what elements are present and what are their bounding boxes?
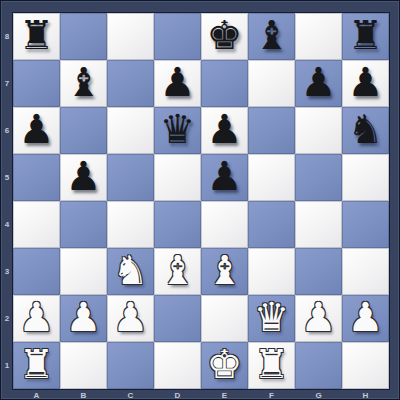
rank-label-5: 5 — [1, 154, 13, 201]
square-e3[interactable]: ♝ — [201, 248, 248, 295]
square-d7[interactable]: ♟ — [154, 60, 201, 107]
piece-white-pawn[interactable]: ♟ — [301, 297, 337, 337]
square-g6[interactable] — [295, 107, 342, 154]
piece-black-bishop[interactable]: ♝ — [254, 15, 290, 55]
square-c7[interactable] — [107, 60, 154, 107]
square-h6[interactable]: ♞ — [342, 107, 389, 154]
piece-white-pawn[interactable]: ♟ — [348, 297, 384, 337]
square-d4[interactable] — [154, 201, 201, 248]
square-a8[interactable]: ♜ — [13, 13, 60, 60]
square-c2[interactable]: ♟ — [107, 295, 154, 342]
rank-label-8: 8 — [1, 13, 13, 60]
square-c6[interactable] — [107, 107, 154, 154]
square-b1[interactable] — [60, 342, 107, 389]
square-g2[interactable]: ♟ — [295, 295, 342, 342]
piece-black-pawn[interactable]: ♟ — [160, 62, 196, 102]
square-a4[interactable] — [13, 201, 60, 248]
file-label-h: H — [342, 389, 389, 400]
square-g4[interactable] — [295, 201, 342, 248]
square-a7[interactable] — [13, 60, 60, 107]
square-e6[interactable]: ♟ — [201, 107, 248, 154]
piece-white-king[interactable]: ♚ — [207, 344, 243, 384]
square-d1[interactable] — [154, 342, 201, 389]
piece-white-rook[interactable]: ♜ — [19, 344, 55, 384]
square-f2[interactable]: ♛ — [248, 295, 295, 342]
file-label-a: A — [13, 389, 60, 400]
square-b2[interactable]: ♟ — [60, 295, 107, 342]
file-label-f: F — [248, 389, 295, 400]
square-b8[interactable] — [60, 13, 107, 60]
square-a1[interactable]: ♜ — [13, 342, 60, 389]
rank-label-6: 6 — [1, 107, 13, 154]
square-c8[interactable] — [107, 13, 154, 60]
square-h5[interactable] — [342, 154, 389, 201]
square-b4[interactable] — [60, 201, 107, 248]
piece-black-pawn[interactable]: ♟ — [301, 62, 337, 102]
square-b6[interactable] — [60, 107, 107, 154]
square-c1[interactable] — [107, 342, 154, 389]
file-label-b: B — [60, 389, 107, 400]
square-f8[interactable]: ♝ — [248, 13, 295, 60]
file-label-d: D — [154, 389, 201, 400]
piece-black-knight[interactable]: ♞ — [348, 109, 384, 149]
piece-black-pawn[interactable]: ♟ — [66, 156, 102, 196]
piece-white-pawn[interactable]: ♟ — [113, 297, 149, 337]
piece-black-king[interactable]: ♚ — [207, 15, 243, 55]
square-h8[interactable]: ♜ — [342, 13, 389, 60]
square-d8[interactable] — [154, 13, 201, 60]
square-b5[interactable]: ♟ — [60, 154, 107, 201]
square-e5[interactable]: ♟ — [201, 154, 248, 201]
square-e1[interactable]: ♚ — [201, 342, 248, 389]
square-a2[interactable]: ♟ — [13, 295, 60, 342]
square-e7[interactable] — [201, 60, 248, 107]
square-h1[interactable] — [342, 342, 389, 389]
piece-black-pawn[interactable]: ♟ — [207, 156, 243, 196]
piece-black-rook[interactable]: ♜ — [348, 15, 384, 55]
piece-white-queen[interactable]: ♛ — [254, 297, 290, 337]
rank-label-7: 7 — [1, 60, 13, 107]
chess-diagram: 87654321 ♜♚♝♜♝♟♟♟♟♛♟♞♟♟♞♝♝♟♟♟♛♟♟♜♚♜ ABCD… — [0, 0, 400, 400]
square-g3[interactable] — [295, 248, 342, 295]
rank-label-4: 4 — [1, 201, 13, 248]
square-f3[interactable] — [248, 248, 295, 295]
square-d5[interactable] — [154, 154, 201, 201]
square-d6[interactable]: ♛ — [154, 107, 201, 154]
piece-white-pawn[interactable]: ♟ — [66, 297, 102, 337]
square-g5[interactable] — [295, 154, 342, 201]
square-h4[interactable] — [342, 201, 389, 248]
square-d2[interactable] — [154, 295, 201, 342]
chess-board: ♜♚♝♜♝♟♟♟♟♛♟♞♟♟♞♝♝♟♟♟♛♟♟♜♚♜ — [13, 13, 389, 389]
piece-white-pawn[interactable]: ♟ — [19, 297, 55, 337]
square-a3[interactable] — [13, 248, 60, 295]
square-e4[interactable] — [201, 201, 248, 248]
piece-black-pawn[interactable]: ♟ — [19, 109, 55, 149]
square-h2[interactable]: ♟ — [342, 295, 389, 342]
piece-black-bishop[interactable]: ♝ — [66, 62, 102, 102]
square-c3[interactable]: ♞ — [107, 248, 154, 295]
square-g8[interactable] — [295, 13, 342, 60]
piece-white-rook[interactable]: ♜ — [254, 344, 290, 384]
piece-black-rook[interactable]: ♜ — [19, 15, 55, 55]
file-label-c: C — [107, 389, 154, 400]
piece-black-queen[interactable]: ♛ — [160, 109, 196, 149]
piece-black-pawn[interactable]: ♟ — [348, 62, 384, 102]
square-a6[interactable]: ♟ — [13, 107, 60, 154]
file-label-e: E — [201, 389, 248, 400]
square-g7[interactable]: ♟ — [295, 60, 342, 107]
rank-label-3: 3 — [1, 248, 13, 295]
square-d3[interactable]: ♝ — [154, 248, 201, 295]
rank-label-1: 1 — [1, 342, 13, 389]
square-b3[interactable] — [60, 248, 107, 295]
square-e8[interactable]: ♚ — [201, 13, 248, 60]
square-f4[interactable] — [248, 201, 295, 248]
square-a5[interactable] — [13, 154, 60, 201]
piece-black-pawn[interactable]: ♟ — [207, 109, 243, 149]
piece-white-bishop[interactable]: ♝ — [160, 250, 196, 290]
piece-white-knight[interactable]: ♞ — [113, 250, 149, 290]
square-c4[interactable] — [107, 201, 154, 248]
square-h7[interactable]: ♟ — [342, 60, 389, 107]
rank-labels: 87654321 — [1, 13, 13, 389]
square-g1[interactable] — [295, 342, 342, 389]
square-c5[interactable] — [107, 154, 154, 201]
file-label-g: G — [295, 389, 342, 400]
file-labels: ABCDEFGH — [13, 389, 389, 400]
square-b7[interactable]: ♝ — [60, 60, 107, 107]
rank-label-2: 2 — [1, 295, 13, 342]
piece-white-bishop[interactable]: ♝ — [207, 250, 243, 290]
square-f6[interactable] — [248, 107, 295, 154]
square-f7[interactable] — [248, 60, 295, 107]
square-f5[interactable] — [248, 154, 295, 201]
square-h3[interactable] — [342, 248, 389, 295]
square-e2[interactable] — [201, 295, 248, 342]
square-f1[interactable]: ♜ — [248, 342, 295, 389]
